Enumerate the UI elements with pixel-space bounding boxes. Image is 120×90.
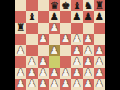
square-e3[interactable] [60, 56, 71, 67]
square-c7[interactable] [38, 11, 49, 22]
square-b3[interactable]: ♟ [26, 56, 37, 67]
square-c3[interactable]: ♟ [38, 56, 49, 67]
black-pawn-icon: ♟ [84, 11, 93, 21]
white-pawn-icon: ♟ [39, 79, 48, 89]
white-pawn-icon: ♟ [27, 56, 36, 66]
square-f8[interactable]: ♝ [71, 0, 82, 11]
square-f3[interactable]: ♟ [71, 56, 82, 67]
square-f4[interactable]: ♟ [71, 45, 82, 56]
square-a4[interactable]: ♟ [15, 45, 26, 56]
square-g5[interactable]: ♟ [83, 34, 94, 45]
square-b2[interactable]: ♟ [26, 68, 37, 79]
square-h2[interactable]: ♟ [94, 68, 105, 79]
square-d5[interactable] [49, 34, 60, 45]
white-pawn-icon: ♟ [95, 56, 104, 66]
square-d7[interactable]: ♟ [49, 11, 60, 22]
square-g3[interactable]: ♟ [83, 56, 94, 67]
square-e7[interactable] [60, 11, 71, 22]
black-pawn-icon: ♟ [72, 11, 81, 21]
square-a5[interactable] [15, 34, 26, 45]
square-c8[interactable] [38, 0, 49, 11]
square-d8[interactable]: ♛ [49, 0, 60, 11]
square-d2[interactable]: ♟ [49, 68, 60, 79]
square-b7[interactable]: ♝ [26, 11, 37, 22]
video-frame: ♛♚♝♞♜♝♟♟♟♟♜♟♟♟♟♟♟♟♟♟♟♟♟♟♟♟♟♟♟♟♟♟♟♟♟♟♟♟♟♟… [0, 0, 120, 90]
square-c4[interactable] [38, 45, 49, 56]
white-pawn-icon: ♟ [50, 23, 59, 33]
white-pawn-icon: ♟ [61, 34, 70, 44]
square-c1[interactable]: ♟ [38, 79, 49, 90]
white-pawn-icon: ♟ [72, 34, 81, 44]
square-g7[interactable]: ♟ [83, 11, 94, 22]
square-e1[interactable]: ♟ [60, 79, 71, 90]
square-f7[interactable]: ♟ [71, 11, 82, 22]
black-king-icon: ♚ [61, 0, 70, 10]
black-rook-icon: ♜ [95, 0, 104, 10]
square-a1[interactable]: ♟ [15, 79, 26, 90]
black-bishop-icon: ♝ [27, 11, 36, 21]
white-pawn-icon: ♟ [39, 56, 48, 66]
white-pawn-icon: ♟ [84, 34, 93, 44]
square-b6[interactable] [26, 23, 37, 34]
white-pawn-icon: ♟ [84, 45, 93, 55]
square-c2[interactable]: ♟ [38, 68, 49, 79]
square-h4[interactable]: ♟ [94, 45, 105, 56]
white-pawn-icon: ♟ [84, 56, 93, 66]
square-e2[interactable]: ♟ [60, 68, 71, 79]
square-g1[interactable]: ♟ [83, 79, 94, 90]
square-g2[interactable]: ♟ [83, 68, 94, 79]
white-pawn-icon: ♟ [95, 79, 104, 89]
white-pawn-icon: ♟ [72, 68, 81, 78]
square-h5[interactable] [94, 34, 105, 45]
white-pawn-icon: ♟ [61, 79, 70, 89]
chess-board: ♛♚♝♞♜♝♟♟♟♟♜♟♟♟♟♟♟♟♟♟♟♟♟♟♟♟♟♟♟♟♟♟♟♟♟♟♟♟♟♟… [15, 0, 105, 90]
black-pawn-icon: ♟ [50, 11, 59, 21]
white-pawn-icon: ♟ [72, 56, 81, 66]
square-d1[interactable]: ♟ [49, 79, 60, 90]
square-b8[interactable] [26, 0, 37, 11]
square-c5[interactable]: ♟ [38, 34, 49, 45]
white-pawn-icon: ♟ [95, 45, 104, 55]
square-b1[interactable]: ♟ [26, 79, 37, 90]
square-h1[interactable]: ♟ [94, 79, 105, 90]
square-a7[interactable] [15, 11, 26, 22]
white-pawn-icon: ♟ [39, 34, 48, 44]
white-pawn-icon: ♟ [50, 79, 59, 89]
white-pawn-icon: ♟ [27, 79, 36, 89]
white-pawn-icon: ♟ [39, 68, 48, 78]
black-queen-icon: ♛ [50, 0, 59, 10]
white-pawn-icon: ♟ [50, 45, 59, 55]
square-d4[interactable]: ♟ [49, 45, 60, 56]
square-a2[interactable]: ♟ [15, 68, 26, 79]
white-pawn-icon: ♟ [27, 68, 36, 78]
square-b4[interactable] [26, 45, 37, 56]
square-g6[interactable] [83, 23, 94, 34]
square-a3[interactable] [15, 56, 26, 67]
square-f1[interactable]: ♟ [71, 79, 82, 90]
square-a6[interactable]: ♜ [15, 23, 26, 34]
square-e6[interactable] [60, 23, 71, 34]
square-f5[interactable]: ♟ [71, 34, 82, 45]
white-pawn-icon: ♟ [61, 68, 70, 78]
white-pawn-icon: ♟ [84, 68, 93, 78]
square-e4[interactable] [60, 45, 71, 56]
square-h3[interactable]: ♟ [94, 56, 105, 67]
square-c6[interactable] [38, 23, 49, 34]
square-f6[interactable] [71, 23, 82, 34]
white-pawn-icon: ♟ [50, 68, 59, 78]
white-pawn-icon: ♟ [16, 68, 25, 78]
white-pawn-icon: ♟ [84, 79, 93, 89]
square-h8[interactable]: ♜ [94, 0, 105, 11]
white-pawn-icon: ♟ [16, 79, 25, 89]
black-pawn-icon: ♟ [95, 11, 104, 21]
square-h6[interactable] [94, 23, 105, 34]
square-f2[interactable]: ♟ [71, 68, 82, 79]
white-pawn-icon: ♟ [72, 45, 81, 55]
white-pawn-icon: ♟ [95, 68, 104, 78]
left-black-bar [0, 0, 15, 90]
square-e8[interactable]: ♚ [60, 0, 71, 11]
square-a8[interactable] [15, 0, 26, 11]
square-h7[interactable]: ♟ [94, 11, 105, 22]
square-g8[interactable]: ♞ [83, 0, 94, 11]
square-d3[interactable] [49, 56, 60, 67]
white-pawn-icon: ♟ [16, 45, 25, 55]
right-black-bar [105, 0, 120, 90]
square-d6[interactable]: ♟ [49, 23, 60, 34]
white-pawn-icon: ♟ [72, 79, 81, 89]
black-bishop-icon: ♝ [72, 0, 81, 10]
square-e5[interactable]: ♟ [60, 34, 71, 45]
black-rook-icon: ♜ [16, 23, 25, 33]
square-g4[interactable]: ♟ [83, 45, 94, 56]
black-knight-icon: ♞ [84, 0, 93, 10]
square-b5[interactable] [26, 34, 37, 45]
